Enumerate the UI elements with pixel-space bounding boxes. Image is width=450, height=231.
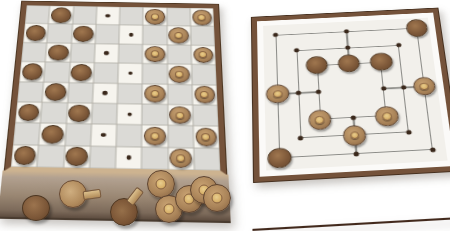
checkers-square-f2[interactable]: [142, 125, 168, 147]
morris-point-inner-s[interactable]: [351, 116, 357, 121]
morris-point-outer-se[interactable]: [429, 147, 435, 152]
morris-points: [276, 28, 432, 158]
checkers-square-d3[interactable]: [91, 103, 117, 124]
checkers-piece-dark-flat[interactable]: [17, 103, 40, 121]
checkers-square-c7[interactable]: [71, 24, 96, 43]
morris-piece-pegged-inner-sw[interactable]: [308, 110, 332, 131]
checkers-square-a2[interactable]: [13, 123, 40, 145]
checkers-square-e1[interactable]: [115, 146, 141, 169]
checkers-square-a7[interactable]: [23, 24, 48, 43]
checkers-square-f7[interactable]: [143, 25, 167, 44]
product-photo-scene: [0, 0, 450, 231]
morris-point-outer-n[interactable]: [344, 30, 349, 34]
checkers-square-c8[interactable]: [72, 6, 96, 25]
peg-hole: [103, 91, 108, 95]
checkers-piece-tan-pegged[interactable]: [169, 66, 190, 83]
peg-hole: [126, 155, 131, 159]
peg-hole: [106, 14, 111, 18]
checkers-box: [5, 1, 226, 174]
checkers-square-g1[interactable]: [168, 147, 194, 170]
peg-hole: [101, 133, 106, 137]
checkers-piece-dark-flat[interactable]: [65, 147, 88, 166]
morris-point-middle-w[interactable]: [296, 91, 301, 96]
checkers-square-e8[interactable]: [119, 7, 143, 26]
checkers-piece-dark-flat[interactable]: [25, 25, 46, 41]
morris-piece-pegged-middle-s[interactable]: [342, 125, 367, 146]
checkers-square-d4[interactable]: [92, 83, 118, 104]
morris-box: [252, 8, 450, 182]
morris-point-middle-n[interactable]: [345, 45, 350, 49]
morris-box-front: [252, 170, 450, 231]
checkers-square-a5[interactable]: [19, 62, 45, 82]
checkers-piece-tan-pegged[interactable]: [145, 9, 165, 25]
checkers-square-f6[interactable]: [143, 44, 167, 64]
checkers-square-d1[interactable]: [89, 146, 116, 169]
morris-piece-pegged-outer-e[interactable]: [412, 76, 437, 96]
checkers-square-f4[interactable]: [142, 83, 167, 104]
checkers-square-e3[interactable]: [117, 103, 143, 125]
checkers-piece-dark-flat[interactable]: [48, 44, 69, 61]
checkers-piece-tan-pegged[interactable]: [194, 86, 216, 104]
morris-point-inner-w[interactable]: [315, 90, 321, 95]
morris-piece-dark-inner-nw[interactable]: [305, 55, 328, 74]
checkers-square-d7[interactable]: [95, 25, 119, 44]
checkers-square-b8[interactable]: [49, 6, 74, 25]
checkers-square-b5[interactable]: [44, 62, 70, 82]
checkers-square-f1[interactable]: [142, 147, 168, 170]
checkers-piece-tan-pegged[interactable]: [145, 46, 165, 63]
checkers-square-g4[interactable]: [167, 84, 192, 105]
checkers-square-b2[interactable]: [39, 123, 66, 145]
morris-point-middle-ne[interactable]: [396, 43, 402, 47]
checkers-piece-dark-flat[interactable]: [21, 63, 43, 80]
checkers-square-h6[interactable]: [191, 45, 216, 65]
checkers-piece-dark-flat[interactable]: [41, 125, 64, 144]
checkers-square-h1[interactable]: [194, 148, 221, 171]
morris-point-middle-e[interactable]: [401, 85, 407, 90]
checkers-piece-dark-flat[interactable]: [73, 26, 94, 42]
morris-piece-dark-inner-ne[interactable]: [369, 52, 393, 71]
checkers-square-c4[interactable]: [67, 82, 93, 103]
checkers-square-f3[interactable]: [142, 104, 167, 126]
checkers-square-h4[interactable]: [192, 84, 218, 105]
checkers-square-h5[interactable]: [191, 64, 216, 84]
checkers-square-f5[interactable]: [142, 64, 167, 84]
checkers-piece-tan-pegged[interactable]: [144, 85, 165, 103]
morris-point-outer-s[interactable]: [353, 151, 359, 156]
checkers-square-e4[interactable]: [117, 83, 142, 104]
checkers-square-a1[interactable]: [11, 144, 39, 167]
checkers-square-b1[interactable]: [37, 145, 65, 168]
checkers-piece-tan-pegged[interactable]: [144, 127, 166, 146]
checkers-square-f8[interactable]: [143, 7, 167, 26]
checkers-piece-tan-pegged[interactable]: [195, 128, 217, 147]
checkers-square-d2[interactable]: [90, 124, 116, 146]
checkers-piece-dark-flat[interactable]: [51, 7, 72, 23]
peg-hole: [128, 71, 133, 75]
checkers-piece-dark-flat[interactable]: [68, 104, 90, 122]
checkers-square-b6[interactable]: [45, 43, 70, 63]
morris-point-outer-nw[interactable]: [273, 33, 278, 37]
checkers-square-a6[interactable]: [21, 42, 47, 62]
morris-point-inner-e[interactable]: [381, 86, 387, 91]
checkers-square-g8[interactable]: [167, 8, 191, 27]
checkers-square-e6[interactable]: [118, 44, 143, 64]
checkers-square-h7[interactable]: [190, 26, 215, 45]
checkers-grid: [11, 5, 220, 170]
checkers-square-h8[interactable]: [190, 8, 214, 27]
checkers-square-d8[interactable]: [96, 6, 120, 25]
morris-point-middle-se[interactable]: [406, 130, 412, 135]
checkers-piece-tan-pegged[interactable]: [169, 106, 191, 124]
checkers-square-h3[interactable]: [192, 105, 218, 127]
checkers-square-d5[interactable]: [93, 63, 118, 83]
morris-piece-dark-outer-sw[interactable]: [268, 147, 292, 169]
morris-board: [252, 8, 450, 182]
morris-board-wrap: [252, 13, 438, 199]
checkers-square-b4[interactable]: [42, 82, 68, 103]
checkers-board: [5, 1, 226, 174]
checkers-square-b3[interactable]: [41, 102, 68, 123]
checkers-piece-dark-flat[interactable]: [13, 146, 36, 165]
checkers-square-g3[interactable]: [167, 104, 193, 126]
checkers-square-d6[interactable]: [94, 43, 119, 63]
checkers-square-c3[interactable]: [66, 103, 92, 124]
morris-point-middle-nw[interactable]: [294, 48, 299, 52]
peg-hole: [127, 112, 132, 116]
peg-hole: [129, 33, 134, 37]
checkers-piece-tan-pegged[interactable]: [192, 9, 212, 25]
morris-piece-dark-outer-ne[interactable]: [405, 19, 429, 37]
checkers-square-g7[interactable]: [167, 26, 191, 45]
peg-hole: [104, 51, 109, 55]
morris-piece-pegged-inner-se[interactable]: [374, 106, 399, 127]
checkers-square-g2[interactable]: [168, 125, 194, 147]
checkers-square-h2[interactable]: [193, 126, 219, 148]
checkers-square-g5[interactable]: [167, 64, 192, 84]
checkers-piece-tan-pegged[interactable]: [169, 27, 189, 43]
checkers-square-e7[interactable]: [119, 25, 143, 44]
checkers-piece-dark-flat[interactable]: [44, 83, 66, 101]
checkers-box-front: [0, 170, 231, 223]
checkers-square-a8[interactable]: [25, 5, 50, 24]
checkers-square-c6[interactable]: [70, 43, 95, 63]
checkers-piece-tan-pegged[interactable]: [170, 149, 192, 168]
checkers-square-c2[interactable]: [65, 124, 92, 146]
checkers-square-c1[interactable]: [63, 145, 90, 168]
checkers-square-b7[interactable]: [47, 24, 72, 43]
checkers-square-a3[interactable]: [15, 102, 42, 123]
morris-piece-dark-inner-n[interactable]: [337, 54, 361, 73]
morris-piece-pegged-outer-w[interactable]: [266, 84, 289, 104]
checkers-piece-dark-flat[interactable]: [71, 64, 92, 81]
checkers-square-e2[interactable]: [116, 125, 142, 147]
checkers-square-g6[interactable]: [167, 45, 192, 65]
checkers-square-c5[interactable]: [69, 62, 95, 82]
checkers-piece-tan-pegged[interactable]: [193, 47, 214, 64]
checkers-square-e5[interactable]: [118, 63, 143, 83]
checkers-board-wrap: [22, 3, 218, 199]
morris-point-middle-sw[interactable]: [298, 136, 304, 141]
checkers-square-a4[interactable]: [17, 81, 44, 102]
